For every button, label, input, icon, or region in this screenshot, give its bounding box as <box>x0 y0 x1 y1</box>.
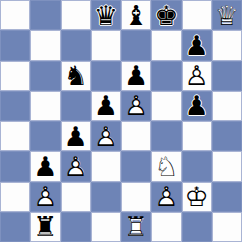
square-c3[interactable]: ♟♙ <box>61 151 91 181</box>
white-pawn-g6[interactable]: ♟♙ <box>182 61 212 91</box>
square-c1[interactable] <box>61 212 91 242</box>
square-a2[interactable] <box>0 182 30 212</box>
square-b4[interactable] <box>30 121 60 151</box>
square-e4[interactable] <box>121 121 151 151</box>
chess-board: ♛♝♚♛♕♟♞♟♟♙♟♟♙♟♟♟♙♟♟♙♞♘♟♙♟♙♚♔♜♜♖ <box>0 0 242 242</box>
black-pawn-e6[interactable]: ♟ <box>121 61 151 91</box>
black-pawn-c4[interactable]: ♟ <box>61 121 91 151</box>
square-a6[interactable] <box>0 61 30 91</box>
white-pawn-c3[interactable]: ♟♙ <box>61 151 91 181</box>
square-f1[interactable] <box>151 212 181 242</box>
piece-outline-glyph: ♙ <box>30 182 60 212</box>
square-f6[interactable] <box>151 61 181 91</box>
piece-outline-glyph: ♔ <box>182 182 212 212</box>
square-e3[interactable] <box>121 151 151 181</box>
black-rook-b1[interactable]: ♜ <box>30 212 60 242</box>
white-pawn-f2[interactable]: ♟♙ <box>151 182 181 212</box>
black-pawn-d5[interactable]: ♟ <box>91 91 121 121</box>
square-e2[interactable] <box>121 182 151 212</box>
square-g4[interactable] <box>182 121 212 151</box>
square-c4[interactable]: ♟ <box>61 121 91 151</box>
piece-outline-glyph: ♖ <box>121 212 151 242</box>
square-e7[interactable] <box>121 30 151 60</box>
square-h3[interactable] <box>212 151 242 181</box>
square-h4[interactable] <box>212 121 242 151</box>
square-d2[interactable] <box>91 182 121 212</box>
white-pawn-e5[interactable]: ♟♙ <box>121 91 151 121</box>
white-queen-h8[interactable]: ♛♕ <box>212 0 242 30</box>
square-d5[interactable]: ♟ <box>91 91 121 121</box>
piece-outline-glyph: ♙ <box>182 61 212 91</box>
square-d3[interactable] <box>91 151 121 181</box>
black-bishop-e8[interactable]: ♝ <box>121 0 151 30</box>
square-a7[interactable] <box>0 30 30 60</box>
square-g6[interactable]: ♟♙ <box>182 61 212 91</box>
square-f5[interactable] <box>151 91 181 121</box>
square-h6[interactable] <box>212 61 242 91</box>
square-g1[interactable] <box>182 212 212 242</box>
square-a1[interactable] <box>0 212 30 242</box>
piece-outline-glyph: ♘ <box>151 151 181 181</box>
square-g3[interactable] <box>182 151 212 181</box>
square-d1[interactable] <box>91 212 121 242</box>
white-king-g2[interactable]: ♚♔ <box>182 182 212 212</box>
black-pawn-g5[interactable]: ♟ <box>182 91 212 121</box>
black-king-f8[interactable]: ♚ <box>151 0 181 30</box>
square-c2[interactable] <box>61 182 91 212</box>
square-d8[interactable]: ♛ <box>91 0 121 30</box>
square-c7[interactable] <box>61 30 91 60</box>
piece-outline-glyph: ♕ <box>212 0 242 30</box>
square-a8[interactable] <box>0 0 30 30</box>
square-f8[interactable]: ♚ <box>151 0 181 30</box>
white-pawn-b2[interactable]: ♟♙ <box>30 182 60 212</box>
square-h5[interactable] <box>212 91 242 121</box>
piece-outline-glyph: ♙ <box>151 182 181 212</box>
square-a3[interactable] <box>0 151 30 181</box>
square-g7[interactable]: ♟ <box>182 30 212 60</box>
square-g5[interactable]: ♟ <box>182 91 212 121</box>
black-queen-d8[interactable]: ♛ <box>91 0 121 30</box>
square-f3[interactable]: ♞♘ <box>151 151 181 181</box>
square-e6[interactable]: ♟ <box>121 61 151 91</box>
square-g2[interactable]: ♚♔ <box>182 182 212 212</box>
square-g8[interactable] <box>182 0 212 30</box>
square-b2[interactable]: ♟♙ <box>30 182 60 212</box>
square-h2[interactable] <box>212 182 242 212</box>
square-b7[interactable] <box>30 30 60 60</box>
white-rook-e1[interactable]: ♜♖ <box>121 212 151 242</box>
square-d6[interactable] <box>91 61 121 91</box>
square-e5[interactable]: ♟♙ <box>121 91 151 121</box>
square-b1[interactable]: ♜ <box>30 212 60 242</box>
square-h8[interactable]: ♛♕ <box>212 0 242 30</box>
square-h1[interactable] <box>212 212 242 242</box>
square-b8[interactable] <box>30 0 60 30</box>
piece-outline-glyph: ♙ <box>61 151 91 181</box>
square-f4[interactable] <box>151 121 181 151</box>
square-a4[interactable] <box>0 121 30 151</box>
square-d7[interactable] <box>91 30 121 60</box>
square-a5[interactable] <box>0 91 30 121</box>
square-e8[interactable]: ♝ <box>121 0 151 30</box>
square-b5[interactable] <box>30 91 60 121</box>
square-h7[interactable] <box>212 30 242 60</box>
square-b6[interactable] <box>30 61 60 91</box>
square-f7[interactable] <box>151 30 181 60</box>
white-pawn-d4[interactable]: ♟♙ <box>91 121 121 151</box>
piece-outline-glyph: ♙ <box>91 121 121 151</box>
square-e1[interactable]: ♜♖ <box>121 212 151 242</box>
square-c6[interactable]: ♞ <box>61 61 91 91</box>
white-knight-f3[interactable]: ♞♘ <box>151 151 181 181</box>
black-pawn-b3[interactable]: ♟ <box>30 151 60 181</box>
square-c8[interactable] <box>61 0 91 30</box>
square-b3[interactable]: ♟ <box>30 151 60 181</box>
black-pawn-g7[interactable]: ♟ <box>182 30 212 60</box>
square-c5[interactable] <box>61 91 91 121</box>
piece-outline-glyph: ♙ <box>121 91 151 121</box>
square-f2[interactable]: ♟♙ <box>151 182 181 212</box>
square-d4[interactable]: ♟♙ <box>91 121 121 151</box>
black-knight-c6[interactable]: ♞ <box>61 61 91 91</box>
